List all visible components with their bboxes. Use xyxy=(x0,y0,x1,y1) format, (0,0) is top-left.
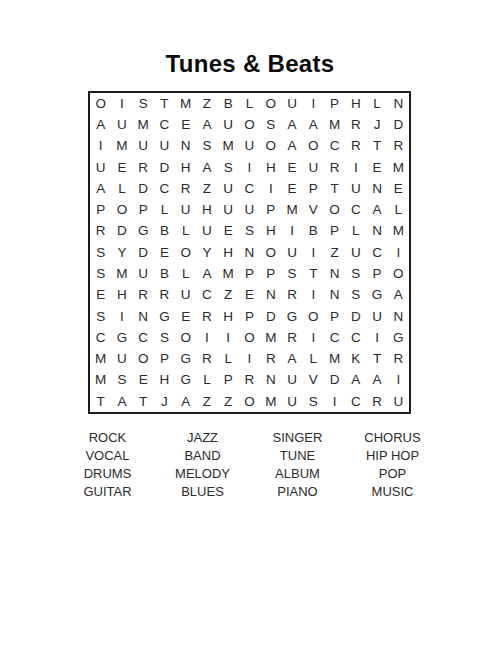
grid-cell-r10c14[interactable]: G xyxy=(366,284,387,305)
grid-cell-r5c1[interactable]: A xyxy=(90,178,111,199)
grid-cell-r10c15[interactable]: A xyxy=(388,284,409,305)
grid-cell-r5c2[interactable]: L xyxy=(111,178,132,199)
grid-cell-r9c2[interactable]: M xyxy=(111,263,132,284)
grid-cell-r14c15[interactable]: I xyxy=(388,369,409,390)
grid-cell-r12c15[interactable]: G xyxy=(388,327,409,348)
grid-cell-r8c1[interactable]: S xyxy=(90,242,111,263)
grid-cell-r8c13[interactable]: U xyxy=(345,242,366,263)
word-jazz: JAZZ xyxy=(155,431,250,444)
grid-cell-r12c9[interactable]: M xyxy=(260,327,281,348)
grid-cell-r1c11[interactable]: I xyxy=(303,93,324,114)
grid-cell-r9c5[interactable]: L xyxy=(175,263,196,284)
word-album: ALBUM xyxy=(250,467,345,480)
grid-cell-r8c11[interactable]: I xyxy=(303,242,324,263)
word-rock: ROCK xyxy=(60,431,155,444)
grid-cell-r4c7[interactable]: S xyxy=(218,157,239,178)
word-drums: DRUMS xyxy=(60,467,155,480)
grid-cell-r6c14[interactable]: A xyxy=(366,199,387,220)
letter-grid: OISTMZBLOUIPHLNAUMCEAUOSAAMRJDIMUUNSMUOA… xyxy=(88,91,411,414)
grid-cell-r5c4[interactable]: C xyxy=(154,178,175,199)
grid-cell-r3c4[interactable]: U xyxy=(154,136,175,157)
grid-cell-r12c14[interactable]: I xyxy=(366,327,387,348)
grid-cell-r4c10[interactable]: E xyxy=(281,157,302,178)
grid-cell-r12c3[interactable]: C xyxy=(133,327,154,348)
grid-cell-r9c13[interactable]: S xyxy=(345,263,366,284)
grid-cell-r13c2[interactable]: U xyxy=(111,348,132,369)
grid-cell-r6c1[interactable]: P xyxy=(90,199,111,220)
grid-cell-r3c14[interactable]: T xyxy=(366,136,387,157)
grid-cell-r14c14[interactable]: A xyxy=(366,369,387,390)
grid-cell-r1c15[interactable]: N xyxy=(388,93,409,114)
grid-cell-r4c1[interactable]: U xyxy=(90,157,111,178)
grid-cell-r15c6[interactable]: Z xyxy=(196,391,217,412)
grid-cell-r1c9[interactable]: O xyxy=(260,93,281,114)
grid-cell-r11c14[interactable]: U xyxy=(366,306,387,327)
grid-cell-r7c1[interactable]: R xyxy=(90,221,111,242)
grid-cell-r7c8[interactable]: S xyxy=(239,221,260,242)
grid-cell-r14c10[interactable]: U xyxy=(281,369,302,390)
word-band: BAND xyxy=(155,449,250,462)
grid-cell-r13c14[interactable]: T xyxy=(366,348,387,369)
grid-cell-r3c9[interactable]: O xyxy=(260,136,281,157)
grid-cell-r14c9[interactable]: N xyxy=(260,369,281,390)
grid-cell-r1c13[interactable]: H xyxy=(345,93,366,114)
grid-cell-r5c7[interactable]: U xyxy=(218,178,239,199)
word-vocal: VOCAL xyxy=(60,449,155,462)
grid-cell-r4c12[interactable]: R xyxy=(324,157,345,178)
grid-cell-r14c8[interactable]: R xyxy=(239,369,260,390)
grid-cell-r6c5[interactable]: U xyxy=(175,199,196,220)
grid-cell-r3c1[interactable]: I xyxy=(90,136,111,157)
grid-cell-r9c11[interactable]: T xyxy=(303,263,324,284)
grid-cell-r7c10[interactable]: I xyxy=(281,221,302,242)
grid-cell-r1c5[interactable]: M xyxy=(175,93,196,114)
grid-cell-r2c2[interactable]: U xyxy=(111,114,132,135)
grid-cell-r4c5[interactable]: H xyxy=(175,157,196,178)
grid-cell-r10c5[interactable]: U xyxy=(175,284,196,305)
grid-cell-r13c10[interactable]: A xyxy=(281,348,302,369)
grid-cell-r9c12[interactable]: N xyxy=(324,263,345,284)
grid-cell-r2c5[interactable]: E xyxy=(175,114,196,135)
grid-cell-r9c15[interactable]: O xyxy=(388,263,409,284)
grid-cell-r11c4[interactable]: G xyxy=(154,306,175,327)
grid-cell-r14c1[interactable]: M xyxy=(90,369,111,390)
grid-cell-r1c8[interactable]: L xyxy=(239,93,260,114)
grid-cell-r5c11[interactable]: P xyxy=(303,178,324,199)
grid-cell-r7c3[interactable]: G xyxy=(133,221,154,242)
grid-cell-r15c9[interactable]: M xyxy=(260,391,281,412)
grid-cell-r11c6[interactable]: R xyxy=(196,306,217,327)
word-list: ROCKJAZZSINGERCHORUSVOCALBANDTUNEHIP HOP… xyxy=(60,431,440,498)
grid-cell-r4c13[interactable]: I xyxy=(345,157,366,178)
grid-cell-r1c10[interactable]: U xyxy=(281,93,302,114)
word-singer: SINGER xyxy=(250,431,345,444)
grid-cell-r2c11[interactable]: A xyxy=(303,114,324,135)
grid-cell-r4c4[interactable]: D xyxy=(154,157,175,178)
grid-cell-r2c12[interactable]: M xyxy=(324,114,345,135)
grid-cell-r9c8[interactable]: P xyxy=(239,263,260,284)
grid-cell-r3c12[interactable]: C xyxy=(324,136,345,157)
grid-cell-r15c14[interactable]: R xyxy=(366,391,387,412)
grid-cell-r6c6[interactable]: H xyxy=(196,199,217,220)
grid-cell-r8c12[interactable]: Z xyxy=(324,242,345,263)
grid-cell-r3c7[interactable]: M xyxy=(218,136,239,157)
grid-cell-r8c2[interactable]: Y xyxy=(111,242,132,263)
grid-cell-r3c8[interactable]: U xyxy=(239,136,260,157)
grid-cell-r12c13[interactable]: C xyxy=(345,327,366,348)
grid-cell-r14c6[interactable]: L xyxy=(196,369,217,390)
grid-cell-r6c7[interactable]: U xyxy=(218,199,239,220)
grid-cell-r6c11[interactable]: V xyxy=(303,199,324,220)
grid-cell-r1c1[interactable]: O xyxy=(90,93,111,114)
grid-cell-r8c15[interactable]: I xyxy=(388,242,409,263)
grid-cell-r7c11[interactable]: B xyxy=(303,221,324,242)
grid-cell-r12c10[interactable]: R xyxy=(281,327,302,348)
grid-cell-r15c8[interactable]: O xyxy=(239,391,260,412)
grid-cell-r13c3[interactable]: O xyxy=(133,348,154,369)
grid-cell-r14c13[interactable]: A xyxy=(345,369,366,390)
word-guitar: GUITAR xyxy=(60,485,155,498)
grid-cell-r8c7[interactable]: H xyxy=(218,242,239,263)
grid-cell-r12c1[interactable]: C xyxy=(90,327,111,348)
grid-cell-r7c2[interactable]: D xyxy=(111,221,132,242)
grid-cell-r13c8[interactable]: I xyxy=(239,348,260,369)
grid-cell-r2c7[interactable]: U xyxy=(218,114,239,135)
word-pop: POP xyxy=(345,467,440,480)
grid-cell-r13c9[interactable]: R xyxy=(260,348,281,369)
grid-cell-r7c5[interactable]: L xyxy=(175,221,196,242)
grid-cell-r9c9[interactable]: P xyxy=(260,263,281,284)
grid-cell-r9c7[interactable]: M xyxy=(218,263,239,284)
grid-cell-r13c6[interactable]: R xyxy=(196,348,217,369)
grid-cell-r6c4[interactable]: L xyxy=(154,199,175,220)
grid-cell-r3c11[interactable]: O xyxy=(303,136,324,157)
grid-cell-r2c14[interactable]: J xyxy=(366,114,387,135)
grid-cell-r11c15[interactable]: N xyxy=(388,306,409,327)
grid-cell-r13c13[interactable]: K xyxy=(345,348,366,369)
grid-cell-r10c13[interactable]: S xyxy=(345,284,366,305)
grid-cell-r10c8[interactable]: E xyxy=(239,284,260,305)
grid-cell-r1c3[interactable]: S xyxy=(133,93,154,114)
grid-cell-r7c7[interactable]: E xyxy=(218,221,239,242)
grid-cell-r3c5[interactable]: N xyxy=(175,136,196,157)
grid-cell-r15c7[interactable]: Z xyxy=(218,391,239,412)
grid-cell-r13c4[interactable]: P xyxy=(154,348,175,369)
grid-cell-r1c14[interactable]: L xyxy=(366,93,387,114)
grid-cell-r4c6[interactable]: A xyxy=(196,157,217,178)
grid-cell-r8c3[interactable]: D xyxy=(133,242,154,263)
grid-cell-r2c9[interactable]: S xyxy=(260,114,281,135)
grid-cell-r6c12[interactable]: O xyxy=(324,199,345,220)
grid-cell-r10c11[interactable]: I xyxy=(303,284,324,305)
grid-cell-r10c10[interactable]: R xyxy=(281,284,302,305)
grid-cell-r4c11[interactable]: U xyxy=(303,157,324,178)
grid-cell-r15c13[interactable]: C xyxy=(345,391,366,412)
grid-cell-r8c6[interactable]: Y xyxy=(196,242,217,263)
grid-cell-r14c5[interactable]: G xyxy=(175,369,196,390)
grid-cell-r12c2[interactable]: G xyxy=(111,327,132,348)
puzzle-title: Tunes & Beats xyxy=(0,50,500,78)
grid-cell-r13c12[interactable]: M xyxy=(324,348,345,369)
grid-cell-r12c12[interactable]: C xyxy=(324,327,345,348)
grid-cell-r15c5[interactable]: A xyxy=(175,391,196,412)
grid-cell-r5c3[interactable]: D xyxy=(133,178,154,199)
grid-cell-r4c15[interactable]: M xyxy=(388,157,409,178)
grid-cell-r6c2[interactable]: O xyxy=(111,199,132,220)
grid-cell-r15c10[interactable]: U xyxy=(281,391,302,412)
grid-cell-r1c2[interactable]: I xyxy=(111,93,132,114)
grid-cell-r14c3[interactable]: E xyxy=(133,369,154,390)
grid-cell-r4c2[interactable]: E xyxy=(111,157,132,178)
grid-cell-r6c3[interactable]: P xyxy=(133,199,154,220)
grid-cell-r7c15[interactable]: M xyxy=(388,221,409,242)
grid-cell-r11c2[interactable]: I xyxy=(111,306,132,327)
grid-cell-r2c6[interactable]: A xyxy=(196,114,217,135)
grid-cell-r2c15[interactable]: D xyxy=(388,114,409,135)
grid-cell-r10c4[interactable]: R xyxy=(154,284,175,305)
grid-cell-r5c9[interactable]: I xyxy=(260,178,281,199)
grid-cell-r13c1[interactable]: M xyxy=(90,348,111,369)
grid-cell-r3c2[interactable]: M xyxy=(111,136,132,157)
word-chorus: CHORUS xyxy=(345,431,440,444)
grid-cell-r2c3[interactable]: M xyxy=(133,114,154,135)
grid-cell-r9c4[interactable]: B xyxy=(154,263,175,284)
grid-cell-r2c4[interactable]: C xyxy=(154,114,175,135)
grid-cell-r3c13[interactable]: R xyxy=(345,136,366,157)
grid-cell-r12c8[interactable]: O xyxy=(239,327,260,348)
grid-cell-r11c11[interactable]: O xyxy=(303,306,324,327)
grid-cell-r11c1[interactable]: S xyxy=(90,306,111,327)
grid-cell-r8c14[interactable]: C xyxy=(366,242,387,263)
word-melody: MELODY xyxy=(155,467,250,480)
grid-cell-r14c4[interactable]: H xyxy=(154,369,175,390)
grid-cell-r1c12[interactable]: P xyxy=(324,93,345,114)
grid-cell-r9c6[interactable]: A xyxy=(196,263,217,284)
grid-cell-r14c12[interactable]: D xyxy=(324,369,345,390)
grid-cell-r2c13[interactable]: R xyxy=(345,114,366,135)
grid-cell-r8c10[interactable]: U xyxy=(281,242,302,263)
grid-cell-r10c1[interactable]: E xyxy=(90,284,111,305)
grid-cell-r3c3[interactable]: U xyxy=(133,136,154,157)
grid-cell-r11c8[interactable]: P xyxy=(239,306,260,327)
word-piano: PIANO xyxy=(250,485,345,498)
grid-cell-r2c10[interactable]: A xyxy=(281,114,302,135)
grid-cell-r6c10[interactable]: M xyxy=(281,199,302,220)
grid-cell-r11c7[interactable]: H xyxy=(218,306,239,327)
grid-cell-r12c5[interactable]: O xyxy=(175,327,196,348)
grid-cell-r7c13[interactable]: L xyxy=(345,221,366,242)
grid-cell-r11c3[interactable]: N xyxy=(133,306,154,327)
grid-cell-r10c2[interactable]: H xyxy=(111,284,132,305)
grid-cell-r10c3[interactable]: R xyxy=(133,284,154,305)
grid-cell-r13c5[interactable]: G xyxy=(175,348,196,369)
grid-cell-r11c9[interactable]: D xyxy=(260,306,281,327)
grid-cell-r15c15[interactable]: U xyxy=(388,391,409,412)
grid-cell-r11c12[interactable]: P xyxy=(324,306,345,327)
word-blues: BLUES xyxy=(155,485,250,498)
grid-cell-r7c6[interactable]: U xyxy=(196,221,217,242)
grid-cell-r5c15[interactable]: E xyxy=(388,178,409,199)
grid-cell-r5c14[interactable]: N xyxy=(366,178,387,199)
grid-cell-r2c1[interactable]: A xyxy=(90,114,111,135)
grid-cell-r7c9[interactable]: H xyxy=(260,221,281,242)
grid-cell-r6c9[interactable]: P xyxy=(260,199,281,220)
grid-cell-r12c6[interactable]: I xyxy=(196,327,217,348)
grid-cell-r13c15[interactable]: R xyxy=(388,348,409,369)
grid-cell-r8c8[interactable]: N xyxy=(239,242,260,263)
grid-cell-r1c4[interactable]: T xyxy=(154,93,175,114)
grid-cell-r8c5[interactable]: O xyxy=(175,242,196,263)
grid-cell-r1c6[interactable]: Z xyxy=(196,93,217,114)
grid-cell-r15c12[interactable]: I xyxy=(324,391,345,412)
grid-cell-r10c9[interactable]: N xyxy=(260,284,281,305)
grid-cell-r1c7[interactable]: B xyxy=(218,93,239,114)
grid-cell-r7c14[interactable]: N xyxy=(366,221,387,242)
grid-cell-r9c1[interactable]: S xyxy=(90,263,111,284)
grid-cell-r9c14[interactable]: P xyxy=(366,263,387,284)
grid-cell-r4c14[interactable]: E xyxy=(366,157,387,178)
grid-cell-r9c10[interactable]: S xyxy=(281,263,302,284)
grid-cell-r12c4[interactable]: S xyxy=(154,327,175,348)
grid-cell-r13c11[interactable]: L xyxy=(303,348,324,369)
grid-cell-r3c6[interactable]: S xyxy=(196,136,217,157)
grid-cell-r15c4[interactable]: J xyxy=(154,391,175,412)
word-music: MUSIC xyxy=(345,485,440,498)
grid-cell-r11c5[interactable]: E xyxy=(175,306,196,327)
grid-cell-r7c4[interactable]: B xyxy=(154,221,175,242)
grid-cell-r6c15[interactable]: L xyxy=(388,199,409,220)
grid-cell-r11c10[interactable]: G xyxy=(281,306,302,327)
grid-cell-r3c15[interactable]: R xyxy=(388,136,409,157)
grid-cell-r12c7[interactable]: I xyxy=(218,327,239,348)
grid-cell-r5c8[interactable]: C xyxy=(239,178,260,199)
grid-cell-r15c3[interactable]: T xyxy=(133,391,154,412)
grid-cell-r5c10[interactable]: E xyxy=(281,178,302,199)
grid-cell-r15c11[interactable]: S xyxy=(303,391,324,412)
grid-cell-r6c8[interactable]: U xyxy=(239,199,260,220)
grid-cell-r12c11[interactable]: I xyxy=(303,327,324,348)
grid-cell-r11c13[interactable]: D xyxy=(345,306,366,327)
grid-cell-r15c2[interactable]: A xyxy=(111,391,132,412)
grid-cell-r5c6[interactable]: Z xyxy=(196,178,217,199)
worksheet-page: Tunes & Beats OISTMZBLOUIPHLNAUMCEAUOSAA… xyxy=(0,0,500,647)
grid-cell-r10c7[interactable]: Z xyxy=(218,284,239,305)
grid-cell-r10c6[interactable]: C xyxy=(196,284,217,305)
grid-cell-r6c13[interactable]: C xyxy=(345,199,366,220)
grid-cell-r9c3[interactable]: U xyxy=(133,263,154,284)
grid-cell-r5c13[interactable]: U xyxy=(345,178,366,199)
grid-cell-r7c12[interactable]: P xyxy=(324,221,345,242)
grid-cell-r2c8[interactable]: O xyxy=(239,114,260,135)
word-hip-hop: HIP HOP xyxy=(345,449,440,462)
grid-cell-r3c10[interactable]: A xyxy=(281,136,302,157)
grid-cell-r4c3[interactable]: R xyxy=(133,157,154,178)
grid-cell-r5c12[interactable]: T xyxy=(324,178,345,199)
grid-cell-r13c7[interactable]: L xyxy=(218,348,239,369)
word-tune: TUNE xyxy=(250,449,345,462)
grid-cell-r14c2[interactable]: S xyxy=(111,369,132,390)
grid-cell-r8c9[interactable]: O xyxy=(260,242,281,263)
grid-cell-r10c12[interactable]: N xyxy=(324,284,345,305)
grid-cell-r4c8[interactable]: I xyxy=(239,157,260,178)
grid-cell-r15c1[interactable]: T xyxy=(90,391,111,412)
grid-cell-r5c5[interactable]: R xyxy=(175,178,196,199)
grid-cell-r14c7[interactable]: P xyxy=(218,369,239,390)
grid-cell-r14c11[interactable]: V xyxy=(303,369,324,390)
grid-cell-r4c9[interactable]: H xyxy=(260,157,281,178)
grid-cell-r8c4[interactable]: E xyxy=(154,242,175,263)
